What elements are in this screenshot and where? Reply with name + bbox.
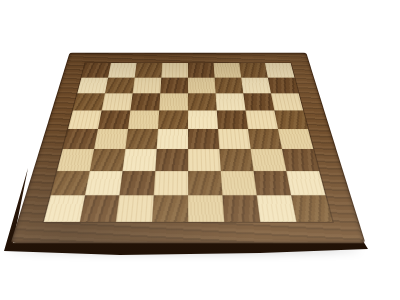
square-f5[interactable] [216, 110, 247, 129]
square-g3[interactable] [250, 149, 286, 171]
square-h5[interactable] [274, 110, 308, 129]
square-g1[interactable] [256, 195, 296, 222]
square-f8[interactable] [213, 62, 241, 77]
board-grid [43, 62, 332, 221]
square-b4[interactable] [94, 129, 128, 149]
square-b5[interactable] [98, 110, 130, 129]
square-a4[interactable] [62, 129, 97, 149]
square-e5[interactable] [188, 110, 218, 129]
square-c2[interactable] [119, 171, 155, 195]
square-g6[interactable] [243, 93, 274, 110]
square-h7[interactable] [267, 77, 298, 93]
square-b1[interactable] [79, 195, 119, 222]
square-e3[interactable] [188, 149, 221, 171]
square-g4[interactable] [248, 129, 282, 149]
square-h8[interactable] [265, 62, 295, 77]
perspective-scene [0, 0, 400, 300]
square-c5[interactable] [128, 110, 159, 129]
square-f7[interactable] [214, 77, 243, 93]
square-h3[interactable] [281, 149, 318, 171]
square-c6[interactable] [130, 93, 160, 110]
square-d2[interactable] [153, 171, 187, 195]
square-a7[interactable] [77, 77, 108, 93]
square-d6[interactable] [159, 93, 188, 110]
square-c4[interactable] [125, 129, 158, 149]
square-c1[interactable] [115, 195, 153, 222]
square-e4[interactable] [188, 129, 219, 149]
square-e7[interactable] [188, 77, 216, 93]
square-f2[interactable] [220, 171, 256, 195]
square-g5[interactable] [245, 110, 277, 129]
square-d4[interactable] [156, 129, 187, 149]
square-a3[interactable] [56, 149, 93, 171]
square-f4[interactable] [218, 129, 251, 149]
square-g2[interactable] [253, 171, 291, 195]
square-d5[interactable] [158, 110, 188, 129]
square-e8[interactable] [188, 62, 215, 77]
square-a8[interactable] [81, 62, 111, 77]
square-a2[interactable] [50, 171, 89, 195]
square-f6[interactable] [215, 93, 245, 110]
square-a6[interactable] [72, 93, 104, 110]
square-d3[interactable] [155, 149, 188, 171]
square-d7[interactable] [160, 77, 188, 93]
square-e1[interactable] [188, 195, 224, 222]
square-d8[interactable] [161, 62, 188, 77]
square-h6[interactable] [271, 93, 303, 110]
square-b2[interactable] [84, 171, 122, 195]
square-f1[interactable] [222, 195, 260, 222]
square-d1[interactable] [151, 195, 187, 222]
square-a5[interactable] [68, 110, 102, 129]
chess-board [10, 52, 365, 242]
square-e6[interactable] [188, 93, 217, 110]
square-h1[interactable] [291, 195, 332, 222]
square-c7[interactable] [132, 77, 161, 93]
square-g8[interactable] [239, 62, 268, 77]
square-e2[interactable] [188, 171, 222, 195]
square-b7[interactable] [104, 77, 134, 93]
square-h4[interactable] [278, 129, 313, 149]
square-a1[interactable] [43, 195, 84, 222]
square-f3[interactable] [219, 149, 253, 171]
square-b8[interactable] [108, 62, 137, 77]
square-h2[interactable] [286, 171, 325, 195]
square-g7[interactable] [241, 77, 271, 93]
square-b3[interactable] [89, 149, 125, 171]
photo-background [0, 0, 400, 300]
square-c8[interactable] [134, 62, 162, 77]
square-c3[interactable] [122, 149, 156, 171]
square-b6[interactable] [101, 93, 132, 110]
